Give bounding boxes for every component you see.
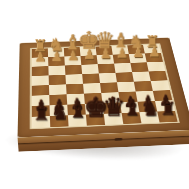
piece-light-pawn-h2: ♟: [28, 49, 51, 62]
box-clasp: [115, 138, 123, 141]
pieces-layer: ♜♞♝♚♛♝♞♜♟♟♟♟♟♟♟♟♟♟♟♟♟♟♟♟♜♞♝♚♛♝♞♜: [32, 44, 178, 128]
chess-board-box: ♜♞♝♚♛♝♞♜♟♟♟♟♟♟♟♟♟♟♟♟♟♟♟♟♜♞♝♚♛♝♞♜: [18, 37, 189, 137]
box-lid-seam: [18, 136, 189, 145]
chess-set-photo: ♜♞♝♚♛♝♞♜♟♟♟♟♟♟♟♟♟♟♟♟♟♟♟♟♜♞♝♚♛♝♞♜: [0, 0, 189, 189]
piece-dark-rook-h8: ♜: [28, 105, 54, 123]
